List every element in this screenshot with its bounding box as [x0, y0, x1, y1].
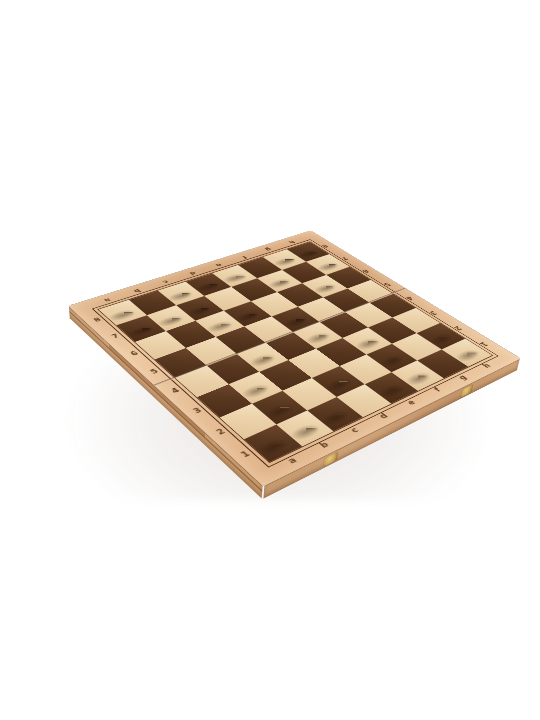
white-knight-glyph: ♞ — [353, 313, 383, 346]
white-king-glyph: ♚ — [370, 348, 413, 395]
white-rook-glyph: ♜ — [257, 412, 290, 449]
